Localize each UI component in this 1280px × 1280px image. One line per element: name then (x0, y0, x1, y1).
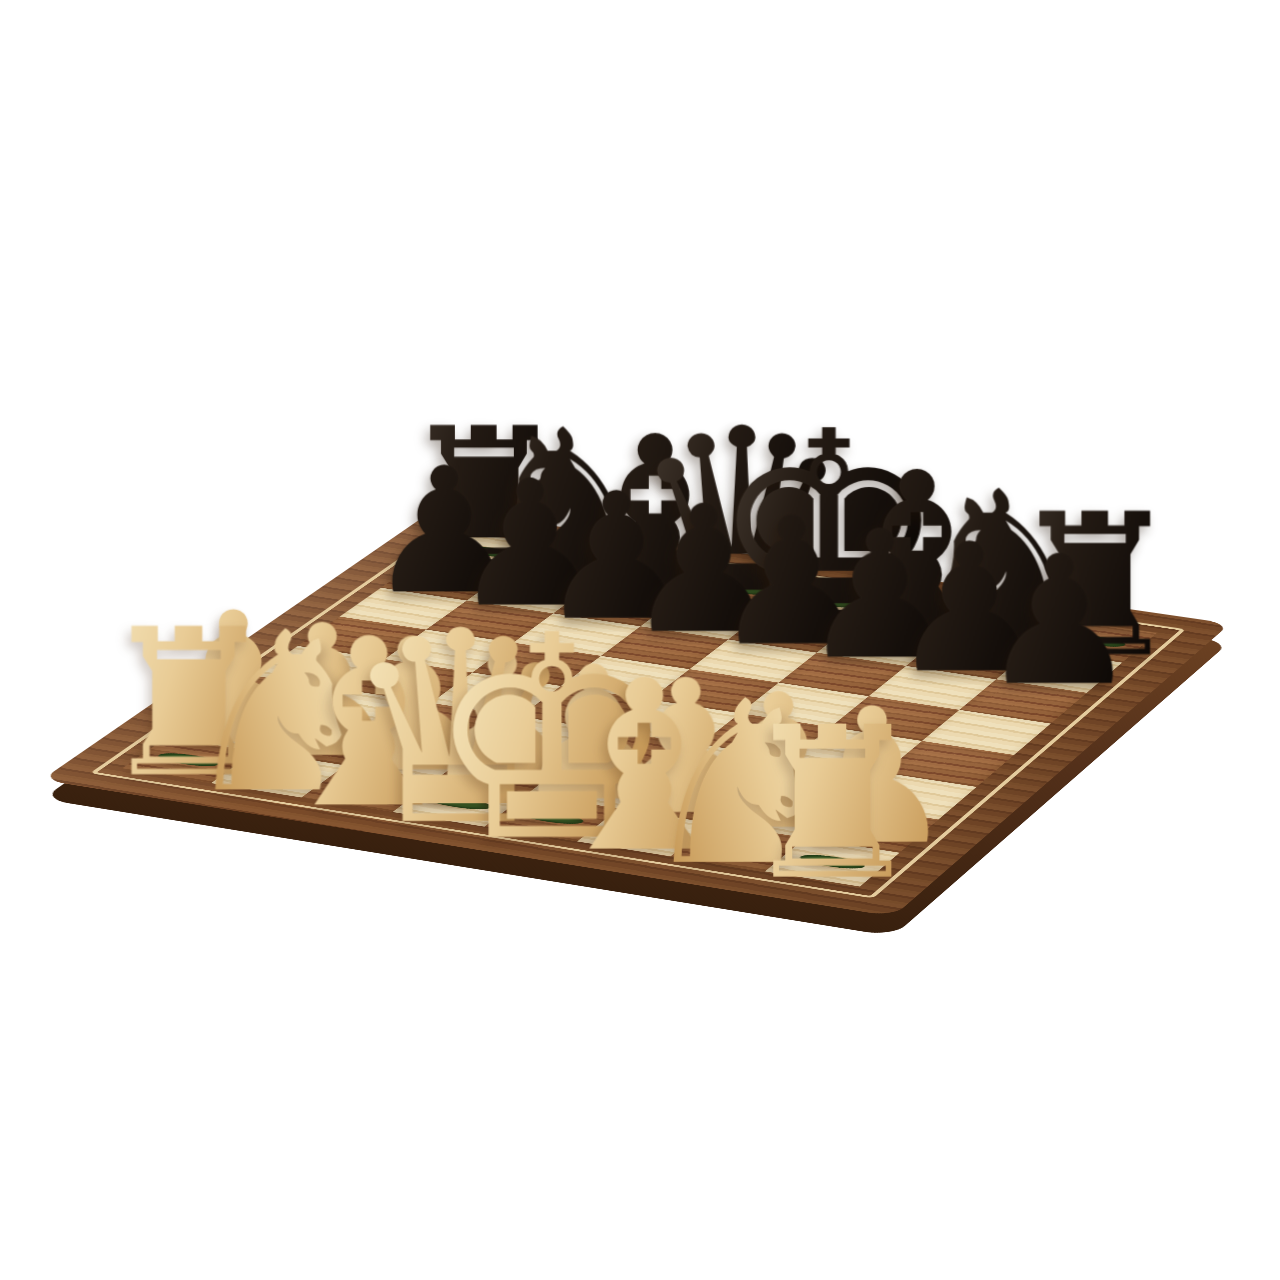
chess-set-photo: ♜♞♝♛♚♝♞♜♟♟♟♟♟♟♟♟♟♟♟♟♟♟♟♟♜♞♝♛♚♝♞♜ (0, 0, 1280, 1280)
chess-board: ♜♞♝♛♚♝♞♜♟♟♟♟♟♟♟♟♟♟♟♟♟♟♟♟♜♞♝♛♚♝♞♜ (41, 509, 1230, 917)
